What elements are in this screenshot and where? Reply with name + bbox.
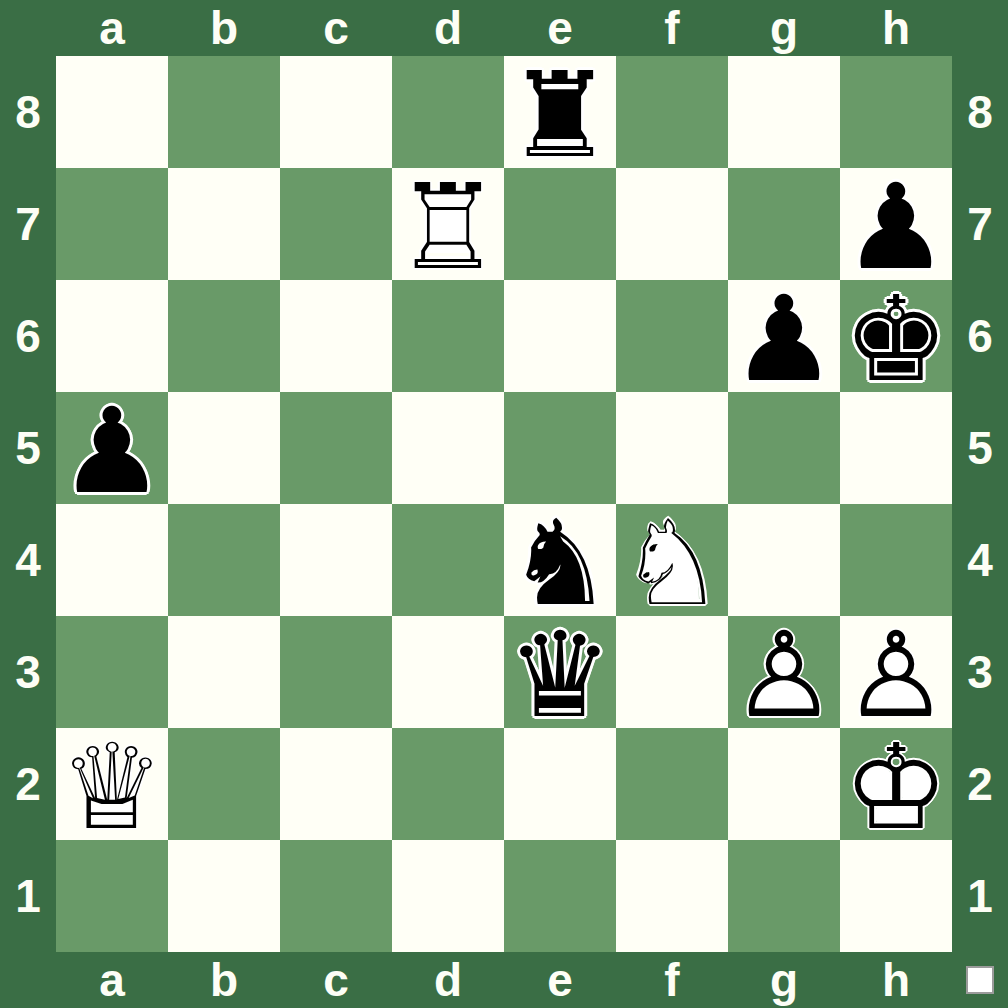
square-f5[interactable] xyxy=(616,392,728,504)
square-d7[interactable]: ♜♖ xyxy=(392,168,504,280)
rank-label-left-3: 3 xyxy=(0,616,56,728)
piece-underlay: ♚ xyxy=(840,731,952,843)
piece-underlay: ♜ xyxy=(392,171,504,283)
rank-label-right-1: 1 xyxy=(952,840,1008,952)
square-b6[interactable] xyxy=(168,280,280,392)
square-c3[interactable] xyxy=(280,616,392,728)
file-label-top-f: f xyxy=(616,0,728,56)
rank-label-right-7: 7 xyxy=(952,168,1008,280)
square-b2[interactable] xyxy=(168,728,280,840)
piece-underlay: ♟ xyxy=(728,283,840,395)
square-d4[interactable] xyxy=(392,504,504,616)
piece-underlay: ♟ xyxy=(840,171,952,283)
square-a4[interactable] xyxy=(56,504,168,616)
rank-label-right-6: 6 xyxy=(952,280,1008,392)
file-label-bottom-a: a xyxy=(56,952,168,1008)
file-label-bottom-c: c xyxy=(280,952,392,1008)
file-label-top-b: b xyxy=(168,0,280,56)
square-e7[interactable] xyxy=(504,168,616,280)
square-g6[interactable]: ♟♟ xyxy=(728,280,840,392)
square-e5[interactable] xyxy=(504,392,616,504)
square-e2[interactable] xyxy=(504,728,616,840)
square-g1[interactable] xyxy=(728,840,840,952)
square-a7[interactable] xyxy=(56,168,168,280)
square-b4[interactable] xyxy=(168,504,280,616)
square-g8[interactable] xyxy=(728,56,840,168)
file-label-bottom-b: b xyxy=(168,952,280,1008)
square-e8[interactable]: ♜♜ xyxy=(504,56,616,168)
piece-underlay: ♚ xyxy=(840,283,952,395)
chess-board: aabbccddeeffgghh8877665544332211♜♜♜♖♟♟♟♟… xyxy=(0,0,1008,1008)
file-label-bottom-d: d xyxy=(392,952,504,1008)
square-d8[interactable] xyxy=(392,56,504,168)
piece-underlay: ♜ xyxy=(504,59,616,171)
square-c2[interactable] xyxy=(280,728,392,840)
white-queen: ♕ xyxy=(56,731,168,843)
file-label-bottom-e: e xyxy=(504,952,616,1008)
square-g2[interactable] xyxy=(728,728,840,840)
square-e4[interactable]: ♞♞ xyxy=(504,504,616,616)
square-f3[interactable] xyxy=(616,616,728,728)
file-label-bottom-f: f xyxy=(616,952,728,1008)
square-b8[interactable] xyxy=(168,56,280,168)
black-pawn: ♟ xyxy=(728,283,840,395)
piece-underlay: ♛ xyxy=(56,731,168,843)
file-label-top-c: c xyxy=(280,0,392,56)
rank-label-left-1: 1 xyxy=(0,840,56,952)
square-b3[interactable] xyxy=(168,616,280,728)
square-d5[interactable] xyxy=(392,392,504,504)
square-e3[interactable]: ♛♛ xyxy=(504,616,616,728)
rank-label-right-2: 2 xyxy=(952,728,1008,840)
white-rook: ♖ xyxy=(392,171,504,283)
file-label-top-g: g xyxy=(728,0,840,56)
square-c8[interactable] xyxy=(280,56,392,168)
square-h6[interactable]: ♚♚ xyxy=(840,280,952,392)
file-label-top-a: a xyxy=(56,0,168,56)
square-a2[interactable]: ♛♕ xyxy=(56,728,168,840)
file-label-bottom-h: h xyxy=(840,952,952,1008)
square-h5[interactable] xyxy=(840,392,952,504)
square-f1[interactable] xyxy=(616,840,728,952)
square-a8[interactable] xyxy=(56,56,168,168)
square-e1[interactable] xyxy=(504,840,616,952)
square-d2[interactable] xyxy=(392,728,504,840)
square-f2[interactable] xyxy=(616,728,728,840)
rank-label-left-2: 2 xyxy=(0,728,56,840)
rank-label-left-4: 4 xyxy=(0,504,56,616)
white-to-move-indicator xyxy=(966,966,994,994)
white-king: ♔ xyxy=(840,731,952,843)
rank-label-left-7: 7 xyxy=(0,168,56,280)
square-e6[interactable] xyxy=(504,280,616,392)
rank-label-left-5: 5 xyxy=(0,392,56,504)
file-label-top-e: e xyxy=(504,0,616,56)
square-g4[interactable] xyxy=(728,504,840,616)
square-c7[interactable] xyxy=(280,168,392,280)
square-a3[interactable] xyxy=(56,616,168,728)
black-king: ♚ xyxy=(840,283,952,395)
square-c1[interactable] xyxy=(280,840,392,952)
file-label-top-d: d xyxy=(392,0,504,56)
square-f6[interactable] xyxy=(616,280,728,392)
rank-label-left-8: 8 xyxy=(0,56,56,168)
piece-underlay: ♞ xyxy=(504,507,616,619)
black-rook: ♜ xyxy=(504,59,616,171)
square-f7[interactable] xyxy=(616,168,728,280)
square-c5[interactable] xyxy=(280,392,392,504)
square-d6[interactable] xyxy=(392,280,504,392)
rank-label-left-6: 6 xyxy=(0,280,56,392)
black-knight: ♞ xyxy=(504,507,616,619)
piece-underlay: ♟ xyxy=(840,619,952,731)
square-h8[interactable] xyxy=(840,56,952,168)
square-d3[interactable] xyxy=(392,616,504,728)
white-pawn: ♙ xyxy=(840,619,952,731)
square-h1[interactable] xyxy=(840,840,952,952)
square-h4[interactable] xyxy=(840,504,952,616)
black-pawn: ♟ xyxy=(56,395,168,507)
square-h3[interactable]: ♟♙ xyxy=(840,616,952,728)
square-b5[interactable] xyxy=(168,392,280,504)
rank-label-right-5: 5 xyxy=(952,392,1008,504)
square-d1[interactable] xyxy=(392,840,504,952)
rank-label-right-4: 4 xyxy=(952,504,1008,616)
black-queen: ♛ xyxy=(504,619,616,731)
piece-underlay: ♞ xyxy=(616,507,728,619)
square-g7[interactable] xyxy=(728,168,840,280)
white-pawn: ♙ xyxy=(728,619,840,731)
square-a5[interactable]: ♟♟ xyxy=(56,392,168,504)
piece-underlay: ♟ xyxy=(56,395,168,507)
rank-label-right-8: 8 xyxy=(952,56,1008,168)
square-f8[interactable] xyxy=(616,56,728,168)
square-b1[interactable] xyxy=(168,840,280,952)
piece-underlay: ♟ xyxy=(728,619,840,731)
file-label-top-h: h xyxy=(840,0,952,56)
square-a1[interactable] xyxy=(56,840,168,952)
square-b7[interactable] xyxy=(168,168,280,280)
square-f4[interactable]: ♞♘ xyxy=(616,504,728,616)
square-h7[interactable]: ♟♟ xyxy=(840,168,952,280)
rank-label-right-3: 3 xyxy=(952,616,1008,728)
black-pawn: ♟ xyxy=(840,171,952,283)
white-knight: ♘ xyxy=(616,507,728,619)
square-c6[interactable] xyxy=(280,280,392,392)
square-g3[interactable]: ♟♙ xyxy=(728,616,840,728)
square-g5[interactable] xyxy=(728,392,840,504)
square-c4[interactable] xyxy=(280,504,392,616)
file-label-bottom-g: g xyxy=(728,952,840,1008)
piece-underlay: ♛ xyxy=(504,619,616,731)
square-h2[interactable]: ♚♔ xyxy=(840,728,952,840)
square-a6[interactable] xyxy=(56,280,168,392)
